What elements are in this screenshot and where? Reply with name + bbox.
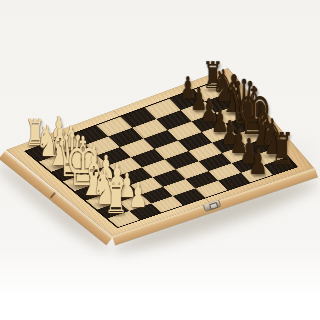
- chess-piece-white-pawn: ♟: [118, 169, 137, 202]
- piece-contact-shadow: [220, 109, 248, 117]
- chess-piece-black-pawn: ♟: [179, 73, 196, 103]
- chess-piece-black-knight: ♞: [259, 113, 287, 163]
- piece-contact-shadow: [36, 153, 60, 160]
- piece-contact-shadow: [129, 204, 148, 209]
- chess-piece-white-pawn: ♟: [51, 113, 67, 142]
- chess-piece-white-bishop: ♝: [79, 149, 109, 203]
- chess-piece-white-knight: ♞: [92, 163, 119, 212]
- piece-contact-shadow: [108, 186, 126, 191]
- chess-piece-white-pawn: ♟: [128, 177, 147, 211]
- piece-contact-shadow: [240, 161, 259, 167]
- chess-piece-black-rook: ♜: [203, 58, 223, 95]
- piece-contact-shadow: [51, 135, 67, 140]
- chess-piece-black-pawn: ♟: [211, 105, 229, 137]
- piece-contact-shadow: [249, 171, 268, 177]
- piece-contact-shadow: [118, 195, 136, 200]
- chess-piece-white-king: ♚: [65, 131, 101, 195]
- piece-contact-shadow: [55, 172, 88, 182]
- piece-contact-shadow: [259, 152, 286, 160]
- chess-piece-black-pawn: ♟: [249, 144, 269, 179]
- chess-piece-white-pawn: ♟: [63, 123, 80, 153]
- chess-piece-black-bishop: ♝: [220, 69, 249, 121]
- piece-contact-shadow: [221, 141, 239, 146]
- chess-piece-white-knight: ♞: [36, 119, 60, 162]
- chess-piece-white-pawn: ♟: [97, 151, 115, 183]
- piece-contact-shadow: [86, 166, 103, 171]
- piece-contact-shadow: [46, 163, 74, 171]
- chess-piece-black-pawn: ♟: [190, 84, 207, 115]
- chess-piece-black-pawn: ♟: [201, 95, 218, 126]
- piece-contact-shadow: [25, 143, 45, 149]
- piece-contact-shadow: [179, 97, 195, 102]
- piece-contact-shadow: [97, 176, 115, 181]
- chess-piece-white-pawn: ♟: [86, 142, 103, 173]
- chess-piece-white-rook: ♜: [104, 177, 128, 220]
- piece-contact-shadow: [201, 119, 218, 124]
- chess-piece-black-rook: ♜: [270, 129, 294, 173]
- chess-piece-black-bishop: ♝: [248, 98, 279, 154]
- piece-contact-shadow: [104, 211, 127, 218]
- chess-piece-black-king: ♚: [236, 79, 272, 145]
- piece-contact-shadow: [212, 98, 236, 105]
- piece-contact-shadow: [211, 130, 229, 135]
- piece-contact-shadow: [230, 151, 249, 156]
- piece-contact-shadow: [92, 201, 119, 209]
- piece-contact-shadow: [227, 119, 260, 129]
- piece-contact-shadow: [248, 141, 279, 150]
- chess-piece-white-bishop: ♝: [46, 123, 74, 174]
- piece-contact-shadow: [236, 130, 272, 140]
- piece-contact-shadow: [270, 163, 294, 170]
- chess-piece-white-pawn: ♟: [74, 132, 91, 162]
- chess-piece-white-queen: ♛: [55, 126, 88, 186]
- chess-piece-black-pawn: ♟: [230, 125, 249, 159]
- piece-contact-shadow: [203, 87, 223, 93]
- chess-piece-white-rook: ♜: [25, 115, 45, 151]
- piece-contact-shadow: [63, 146, 79, 151]
- chess-piece-black-queen: ♛: [227, 72, 261, 133]
- piece-contact-shadow: [74, 156, 91, 161]
- piece-contact-shadow: [65, 181, 100, 191]
- chess-piece-white-pawn: ♟: [108, 160, 126, 193]
- chess-set-photo-scene: ♜♞♝♛♚♝♞♜♟♟♟♟♟♟♟♟♟♟♟♟♟♟♟♟♜♞♝♛♚♝♞♜: [0, 0, 320, 320]
- chess-piece-black-pawn: ♟: [221, 115, 239, 148]
- chess-piece-black-pawn: ♟: [239, 134, 258, 169]
- piece-contact-shadow: [190, 108, 207, 113]
- pieces-layer: ♜♞♝♛♚♝♞♜♟♟♟♟♟♟♟♟♟♟♟♟♟♟♟♟♜♞♝♛♚♝♞♜: [0, 0, 320, 320]
- chess-piece-black-knight: ♞: [211, 64, 235, 108]
- piece-contact-shadow: [79, 192, 109, 201]
